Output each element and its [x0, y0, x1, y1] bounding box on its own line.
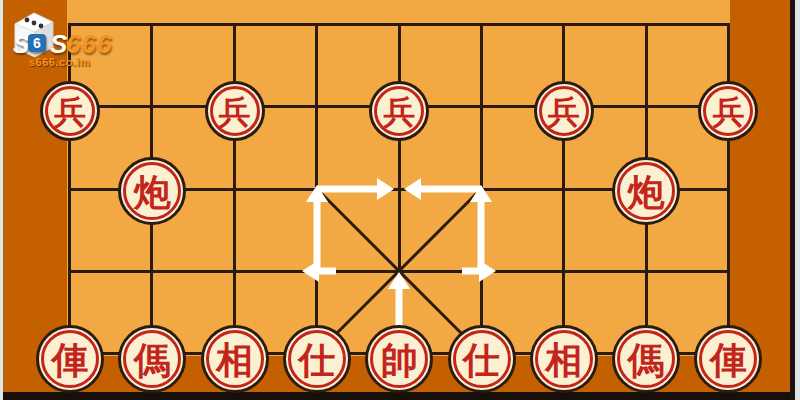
- grid-cell: [483, 191, 565, 273]
- grid-cell: [401, 191, 483, 273]
- grid-cell: [318, 191, 400, 273]
- piece-character: 俥: [52, 342, 89, 379]
- piece-soldier-a4[interactable]: 兵: [40, 81, 100, 141]
- piece-general-e1[interactable]: 帥: [365, 325, 433, 393]
- brand-letter-s: S: [13, 31, 29, 59]
- piece-advisor-d1[interactable]: 仕: [283, 325, 351, 393]
- piece-character: 俥: [710, 342, 747, 379]
- brand-six-badge: 6: [28, 34, 46, 52]
- piece-advisor-f1[interactable]: 仕: [448, 325, 516, 393]
- xiangqi-board-screenshot: 兵兵兵兵兵炮炮俥傌相仕帥仕相傌俥 S 6 S 666 s666.co.im: [0, 0, 800, 400]
- piece-soldier-e4[interactable]: 兵: [369, 81, 429, 141]
- piece-character: 兵: [383, 96, 415, 128]
- piece-chariot-a1[interactable]: 俥: [36, 325, 104, 393]
- piece-character: 炮: [134, 174, 171, 211]
- piece-character: 兵: [712, 96, 744, 128]
- piece-soldier-c4[interactable]: 兵: [205, 81, 265, 141]
- piece-character: 兵: [219, 96, 251, 128]
- piece-elephant-c1[interactable]: 相: [201, 325, 269, 393]
- piece-cannon-b3[interactable]: 炮: [118, 157, 186, 225]
- edge-highlight-right: [795, 0, 800, 400]
- board-bottom-edge-line: [0, 392, 800, 400]
- piece-character: 仕: [298, 342, 335, 379]
- piece-cannon-h3[interactable]: 炮: [612, 157, 680, 225]
- piece-character: 相: [545, 342, 582, 379]
- piece-elephant-g1[interactable]: 相: [530, 325, 598, 393]
- piece-character: 兵: [548, 96, 580, 128]
- piece-character: 帥: [381, 342, 418, 379]
- piece-character: 兵: [54, 96, 86, 128]
- piece-horse-h1[interactable]: 傌: [612, 325, 680, 393]
- piece-horse-b1[interactable]: 傌: [118, 325, 186, 393]
- piece-character: 傌: [134, 342, 171, 379]
- piece-character: 仕: [463, 342, 500, 379]
- logo-domain-text: s666.co.im: [29, 56, 90, 68]
- piece-chariot-i1[interactable]: 俥: [694, 325, 762, 393]
- s666-logo: S 6 S 666 s666.co.im: [5, 7, 125, 67]
- piece-soldier-g4[interactable]: 兵: [534, 81, 594, 141]
- edge-highlight-left: [0, 0, 3, 400]
- piece-character: 炮: [628, 174, 665, 211]
- piece-character: 傌: [628, 342, 665, 379]
- piece-soldier-i4[interactable]: 兵: [698, 81, 758, 141]
- piece-character: 相: [216, 342, 253, 379]
- grid-cell: [236, 191, 318, 273]
